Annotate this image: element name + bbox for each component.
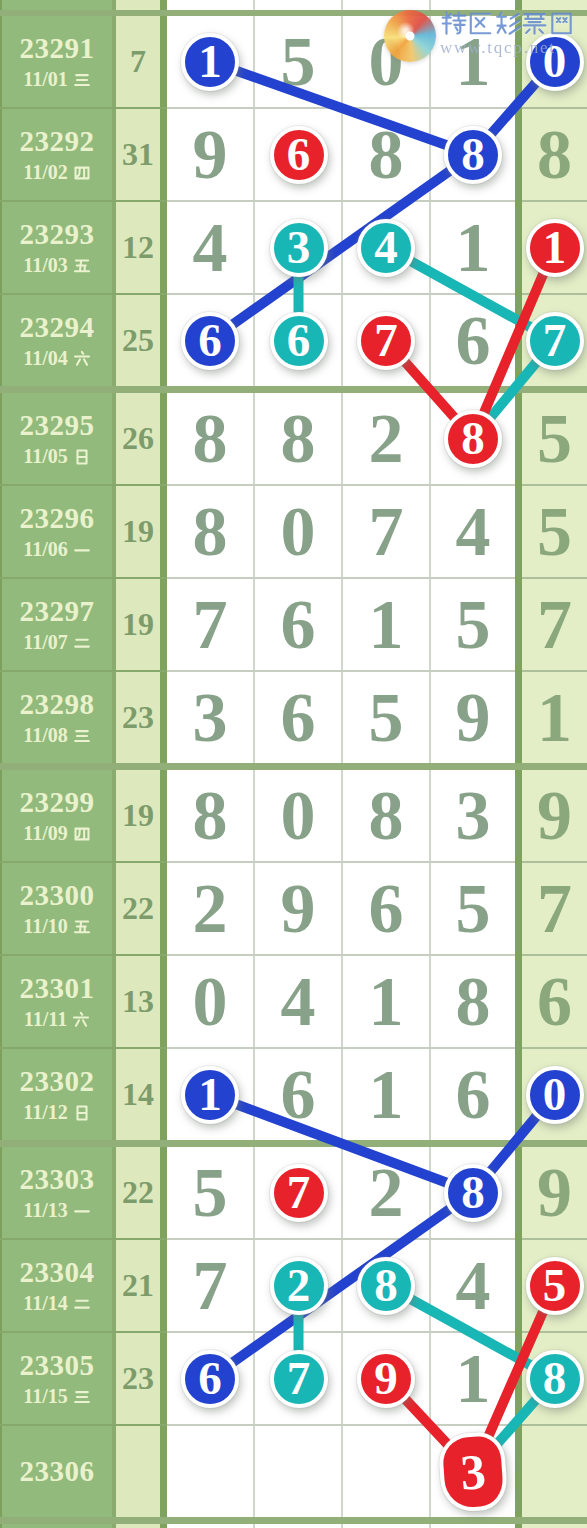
column-border [160, 486, 167, 577]
digit-cell: 2 [343, 1147, 429, 1238]
draw-date: 11/08 [23, 724, 90, 747]
weekday-char [73, 448, 91, 466]
column-border [160, 1049, 167, 1140]
digit-cell: 1 [431, 1333, 515, 1424]
issue-number: 23305 [20, 1349, 95, 1382]
sum-cell [116, 1524, 160, 1528]
column-border [160, 0, 167, 10]
column-border [515, 202, 522, 293]
weekday-char [73, 634, 91, 652]
column-border [515, 1426, 522, 1517]
digit-cell: 5 [343, 672, 429, 763]
issue-number: 23303 [20, 1163, 95, 1196]
weekday-char [73, 71, 91, 89]
digit-cell: 9 [167, 109, 253, 200]
circled-digit-red: 7 [357, 312, 415, 370]
draw-date: 11/02 [23, 161, 90, 184]
issue-cell: 2329611/06 [0, 486, 112, 577]
sum-cell: 19 [116, 486, 160, 577]
column-border [160, 956, 167, 1047]
digit-cell-last: 8 [522, 109, 587, 200]
digit-cell: 3 [167, 672, 253, 763]
issue-cell [0, 1524, 112, 1528]
lottery-trend-chart: 2329111/0175012329211/02319882329311/031… [0, 0, 587, 1528]
weekday-char [73, 1202, 91, 1220]
draw-row: 2329811/082336591 [0, 672, 587, 763]
circled-digit-teal: 8 [357, 1257, 415, 1315]
circled-digit-blue: 8 [444, 126, 502, 184]
digit-cell [255, 1524, 341, 1528]
issue-cell: 2330011/10 [0, 863, 112, 954]
draw-date: 11/03 [23, 254, 90, 277]
issue-number: 23306 [20, 1455, 95, 1488]
digit-cell: 1 [343, 1049, 429, 1140]
digit-cell: 6 [343, 863, 429, 954]
issue-cell: 2329811/08 [0, 672, 112, 763]
column-border [515, 672, 522, 763]
date-text: 11/01 [23, 68, 67, 91]
circled-digit-red: 8 [444, 410, 502, 468]
column-border [160, 16, 167, 107]
weekday-char [73, 918, 91, 936]
digit-cell: 5 [255, 16, 341, 107]
circled-digit-teal: 2 [270, 1257, 328, 1315]
digit-cell-last [522, 0, 587, 10]
date-text: 11/07 [23, 631, 67, 654]
circled-digit-red: 9 [357, 1350, 415, 1408]
column-border [515, 1333, 522, 1424]
column-border [160, 1426, 167, 1517]
column-border [160, 202, 167, 293]
column-border [160, 1524, 167, 1528]
draw-date: 11/04 [23, 347, 90, 370]
circled-digit-teal: 7 [526, 312, 584, 370]
date-text: 11/13 [23, 1199, 67, 1222]
circled-digit-teal: 6 [270, 312, 328, 370]
date-text: 11/04 [23, 347, 67, 370]
digit-cell [167, 0, 253, 10]
column-border [515, 770, 522, 861]
column-border [515, 863, 522, 954]
digit-cell-last: 7 [522, 863, 587, 954]
digit-cell: 8 [343, 109, 429, 200]
issue-cell: 2330111/11 [0, 956, 112, 1047]
sum-cell: 26 [116, 393, 160, 484]
draw-row: 2329111/017501 [0, 16, 587, 107]
draw-row: 2329611/061980745 [0, 486, 587, 577]
issue-cell: 2330311/13 [0, 1147, 112, 1238]
digit-cell: 3 [431, 770, 515, 861]
sum-cell [116, 1426, 160, 1517]
column-border [160, 579, 167, 670]
circled-digit-blue: 0 [526, 1066, 584, 1124]
issue-cell: 23306 [0, 1426, 112, 1517]
issue-number: 23304 [20, 1256, 95, 1289]
circled-digit-red: 3 [437, 1430, 508, 1512]
digit-cell [255, 0, 341, 10]
column-border [160, 295, 167, 386]
digit-cell-last: 6 [522, 956, 587, 1047]
group-separator [0, 763, 587, 770]
digit-cell: 7 [167, 1240, 253, 1331]
digit-cell: 0 [255, 770, 341, 861]
draw-row: 2330211/1214616 [0, 1049, 587, 1140]
column-border [160, 863, 167, 954]
group-separator [0, 1517, 587, 1524]
issue-number: 23295 [20, 409, 95, 442]
digit-cell [167, 1426, 253, 1517]
digit-cell: 5 [431, 863, 515, 954]
digit-cell-last: 9 [522, 770, 587, 861]
column-border [515, 1240, 522, 1331]
digit-cell [167, 1524, 253, 1528]
weekday-char [73, 1295, 91, 1313]
issue-number: 23292 [20, 125, 95, 158]
sum-cell [116, 0, 160, 10]
digit-cell: 7 [167, 579, 253, 670]
circled-digit-blue: 6 [181, 312, 239, 370]
issue-cell: 2330411/14 [0, 1240, 112, 1331]
draw-date: 11/13 [23, 1199, 90, 1222]
date-text: 11/15 [23, 1385, 67, 1408]
draw-date: 11/10 [23, 915, 90, 938]
draw-date: 11/05 [23, 445, 90, 468]
draw-row: 2330011/102229657 [0, 863, 587, 954]
date-text: 11/11 [24, 1008, 67, 1031]
group-separator [0, 386, 587, 393]
column-border [160, 1240, 167, 1331]
digit-cell [431, 1524, 515, 1528]
issue-number: 23291 [20, 32, 95, 65]
issue-cell: 2329911/09 [0, 770, 112, 861]
column-border [515, 1147, 522, 1238]
column-border [160, 1147, 167, 1238]
date-text: 11/02 [23, 161, 67, 184]
column-border [515, 295, 522, 386]
digit-cell: 1 [343, 956, 429, 1047]
digit-cell-last: 5 [522, 486, 587, 577]
column-border [515, 579, 522, 670]
date-text: 11/09 [23, 822, 67, 845]
circled-digit-teal: 3 [270, 219, 328, 277]
sum-cell: 19 [116, 579, 160, 670]
digit-cell: 5 [431, 579, 515, 670]
digit-cell [343, 1426, 429, 1517]
digit-cell: 9 [255, 863, 341, 954]
date-text: 11/06 [23, 538, 67, 561]
sum-cell: 13 [116, 956, 160, 1047]
column-border [160, 770, 167, 861]
digit-cell-last: 1 [522, 672, 587, 763]
circled-digit-blue: 1 [181, 1066, 239, 1124]
digit-cell-last [522, 1426, 587, 1517]
digit-cell: 6 [431, 1049, 515, 1140]
draw-date: 11/07 [23, 631, 90, 654]
circled-digit-red: 1 [526, 219, 584, 277]
draw-date: 11/15 [23, 1385, 90, 1408]
issue-number: 23294 [20, 311, 95, 344]
draw-date: 11/06 [23, 538, 90, 561]
digit-cell: 1 [343, 579, 429, 670]
date-text: 11/05 [23, 445, 67, 468]
digit-cell: 6 [255, 1049, 341, 1140]
column-border [515, 956, 522, 1047]
sum-cell: 22 [116, 863, 160, 954]
column-border [515, 393, 522, 484]
column-border [160, 1333, 167, 1424]
column-border [160, 393, 167, 484]
sum-cell: 7 [116, 16, 160, 107]
digit-cell: 0 [167, 956, 253, 1047]
digit-cell-last: 7 [522, 579, 587, 670]
digit-cell [343, 1524, 429, 1528]
digit-cell: 4 [255, 956, 341, 1047]
issue-cell: 2330211/12 [0, 1049, 112, 1140]
draw-row: 2330111/111304186 [0, 956, 587, 1047]
sum-cell: 23 [116, 1333, 160, 1424]
draw-date: 11/09 [23, 822, 90, 845]
circled-digit-red: 5 [526, 1257, 584, 1315]
draw-date: 11/14 [23, 1292, 90, 1315]
column-border [160, 672, 167, 763]
digit-cell: 9 [431, 672, 515, 763]
weekday-char [73, 164, 91, 182]
sum-cell: 14 [116, 1049, 160, 1140]
weekday-char [73, 825, 91, 843]
column-border [515, 0, 522, 10]
draw-row: 2329711/071976157 [0, 579, 587, 670]
column-border [515, 1049, 522, 1140]
issue-number: 23301 [20, 972, 95, 1005]
column-border [515, 486, 522, 577]
digit-cell: 5 [167, 1147, 253, 1238]
weekday-char [73, 350, 91, 368]
date-text: 11/03 [23, 254, 67, 277]
circled-digit-red: 6 [270, 126, 328, 184]
digit-cell [343, 0, 429, 10]
sum-cell: 12 [116, 202, 160, 293]
circled-digit-blue: 0 [526, 33, 584, 91]
issue-cell: 2329711/07 [0, 579, 112, 670]
digit-cell [255, 1426, 341, 1517]
issue-cell: 2329311/03 [0, 202, 112, 293]
issue-number: 23293 [20, 218, 95, 251]
issue-cell: 2329511/05 [0, 393, 112, 484]
issue-number: 23296 [20, 502, 95, 535]
digit-cell: 0 [343, 16, 429, 107]
draw-row [0, 0, 587, 10]
digit-cell-last: 5 [522, 393, 587, 484]
issue-cell: 2329411/04 [0, 295, 112, 386]
digit-cell: 8 [431, 956, 515, 1047]
digit-cell: 8 [343, 770, 429, 861]
digit-cell: 1 [431, 202, 515, 293]
digit-cell [431, 0, 515, 10]
issue-cell [0, 0, 112, 10]
digit-cell: 2 [167, 863, 253, 954]
sum-cell: 19 [116, 770, 160, 861]
column-border [515, 1524, 522, 1528]
draw-date: 11/12 [23, 1101, 90, 1124]
column-border [515, 109, 522, 200]
draw-row: 2329911/091980839 [0, 770, 587, 861]
digit-cell: 4 [167, 202, 253, 293]
digit-cell: 4 [431, 1240, 515, 1331]
circled-digit-teal: 7 [270, 1350, 328, 1408]
digit-cell-last [522, 1524, 587, 1528]
issue-cell: 2329111/01 [0, 16, 112, 107]
issue-number: 23302 [20, 1065, 95, 1098]
sum-cell: 21 [116, 1240, 160, 1331]
digit-cell: 1 [431, 16, 515, 107]
circled-digit-blue: 8 [444, 1164, 502, 1222]
circled-digit-teal: 8 [526, 1350, 584, 1408]
column-border [160, 109, 167, 200]
digit-cell: 6 [431, 295, 515, 386]
sum-cell: 31 [116, 109, 160, 200]
issue-number: 23300 [20, 879, 95, 912]
date-text: 11/14 [23, 1292, 67, 1315]
weekday-char [72, 1011, 90, 1029]
digit-cell-last: 9 [522, 1147, 587, 1238]
date-text: 11/10 [23, 915, 67, 938]
date-text: 11/08 [23, 724, 67, 747]
draw-date: 11/11 [24, 1008, 90, 1031]
weekday-char [73, 1388, 91, 1406]
sum-cell: 23 [116, 672, 160, 763]
issue-cell: 2330511/15 [0, 1333, 112, 1424]
circled-digit-blue: 6 [181, 1350, 239, 1408]
weekday-char [73, 727, 91, 745]
digit-cell: 8 [255, 393, 341, 484]
digit-cell: 6 [255, 672, 341, 763]
weekday-char [73, 541, 91, 559]
circled-digit-red: 7 [270, 1164, 328, 1222]
sum-cell: 25 [116, 295, 160, 386]
weekday-char [73, 257, 91, 275]
issue-cell: 2329211/02 [0, 109, 112, 200]
issue-number: 23297 [20, 595, 95, 628]
digit-cell: 7 [343, 486, 429, 577]
column-border [515, 16, 522, 107]
digit-cell: 8 [167, 393, 253, 484]
issue-number: 23299 [20, 786, 95, 819]
draw-row [0, 1524, 587, 1528]
circled-digit-teal: 4 [357, 219, 415, 277]
date-text: 11/12 [23, 1101, 67, 1124]
digit-cell: 6 [255, 579, 341, 670]
group-separator [0, 1140, 587, 1147]
sum-cell: 22 [116, 1147, 160, 1238]
digit-cell: 0 [255, 486, 341, 577]
digit-cell: 8 [167, 486, 253, 577]
digit-cell: 8 [167, 770, 253, 861]
digit-cell: 4 [431, 486, 515, 577]
draw-date: 11/01 [23, 68, 90, 91]
circled-digit-blue: 1 [181, 33, 239, 91]
issue-number: 23298 [20, 688, 95, 721]
digit-cell: 2 [343, 393, 429, 484]
weekday-char [73, 1104, 91, 1122]
